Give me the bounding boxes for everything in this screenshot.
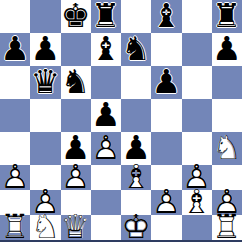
black-knight-icon[interactable]: ♞ [121, 32, 151, 65]
square-g6[interactable] [182, 66, 212, 99]
square-f6[interactable]: ♟ [151, 66, 181, 99]
square-g1[interactable] [182, 215, 212, 240]
black-pawn-icon[interactable]: ♟ [151, 65, 181, 98]
square-d4[interactable]: ♟♙ [91, 132, 121, 165]
square-f5[interactable] [151, 99, 181, 132]
white-pawn-icon[interactable]: ♟♙ [61, 165, 91, 190]
white-pawn-icon[interactable]: ♟♙ [151, 190, 181, 215]
square-h4[interactable]: ♞♘ [212, 132, 242, 165]
square-b4[interactable] [30, 132, 60, 165]
white-pawn-icon[interactable]: ♟♙ [0, 165, 30, 190]
piece-outline-layer: ♙ [61, 164, 91, 189]
square-b6[interactable]: ♛ [30, 66, 60, 99]
square-a7[interactable]: ♟ [0, 33, 30, 66]
square-d7[interactable]: ♝ [91, 33, 121, 66]
chess-board: ♚♜♝♜♟♟♝♞♟♛♞♟♟♟♟♙♟♞♘♟♙♟♙♝♗♟♙♟♙♟♙♝♗♟♙♜♖♞♘♛… [0, 0, 242, 242]
black-bishop-icon[interactable]: ♝ [91, 32, 121, 65]
square-b5[interactable] [30, 99, 60, 132]
square-h1[interactable]: ♜♖ [212, 215, 242, 240]
square-a6[interactable] [0, 66, 30, 99]
square-f2[interactable]: ♟♙ [151, 190, 181, 215]
square-f1[interactable] [151, 215, 181, 240]
piece-outline-layer: ♖ [212, 214, 242, 239]
square-e6[interactable] [121, 66, 151, 99]
square-g7[interactable] [182, 33, 212, 66]
square-f8[interactable]: ♝ [151, 0, 181, 33]
square-c1[interactable]: ♛♕ [61, 215, 91, 240]
black-rook-icon[interactable]: ♜ [212, 0, 242, 32]
black-pawn-icon[interactable]: ♟ [0, 32, 30, 65]
piece-outline-layer: ♔ [121, 214, 151, 239]
piece-outline-layer: ♙ [151, 189, 181, 214]
white-rook-icon[interactable]: ♜♖ [212, 215, 242, 240]
black-pawn-icon[interactable]: ♟ [212, 32, 242, 65]
piece-outline-layer: ♙ [91, 131, 121, 164]
square-h6[interactable] [212, 66, 242, 99]
square-f4[interactable] [151, 132, 181, 165]
square-b1[interactable]: ♞♘ [30, 215, 60, 240]
piece-outline-layer: ♙ [0, 164, 30, 189]
black-pawn-icon[interactable]: ♟ [30, 32, 60, 65]
white-knight-icon[interactable]: ♞♘ [212, 132, 242, 165]
square-g5[interactable] [182, 99, 212, 132]
square-a5[interactable] [0, 99, 30, 132]
square-d1[interactable] [91, 215, 121, 240]
square-g8[interactable] [182, 0, 212, 33]
piece-outline-layer: ♗ [121, 164, 151, 189]
piece-outline-layer: ♕ [61, 214, 91, 239]
square-a1[interactable]: ♜♖ [0, 215, 30, 240]
black-queen-icon[interactable]: ♛ [30, 65, 60, 98]
piece-outline-layer: ♖ [0, 214, 30, 239]
square-c8[interactable]: ♚ [61, 0, 91, 33]
square-c6[interactable]: ♞ [61, 66, 91, 99]
white-bishop-icon[interactable]: ♝♗ [182, 190, 212, 215]
square-e3[interactable]: ♝♗ [121, 165, 151, 190]
square-d3[interactable] [91, 165, 121, 190]
white-king-icon[interactable]: ♚♔ [121, 215, 151, 240]
black-pawn-icon[interactable]: ♟ [91, 98, 121, 131]
square-e1[interactable]: ♚♔ [121, 215, 151, 240]
white-rook-icon[interactable]: ♜♖ [0, 215, 30, 240]
piece-outline-layer: ♘ [212, 131, 242, 164]
square-h7[interactable]: ♟ [212, 33, 242, 66]
square-c3[interactable]: ♟♙ [61, 165, 91, 190]
black-knight-icon[interactable]: ♞ [61, 65, 91, 98]
white-queen-icon[interactable]: ♛♕ [61, 215, 91, 240]
white-pawn-icon[interactable]: ♟♙ [91, 132, 121, 165]
piece-outline-layer: ♗ [182, 189, 212, 214]
square-g2[interactable]: ♝♗ [182, 190, 212, 215]
black-bishop-icon[interactable]: ♝ [151, 0, 181, 32]
white-knight-icon[interactable]: ♞♘ [30, 215, 60, 240]
square-d2[interactable] [91, 190, 121, 215]
piece-outline-layer: ♘ [30, 214, 60, 239]
white-bishop-icon[interactable]: ♝♗ [121, 165, 151, 190]
black-rook-icon[interactable]: ♜ [91, 0, 121, 32]
square-a3[interactable]: ♟♙ [0, 165, 30, 190]
square-e7[interactable]: ♞ [121, 33, 151, 66]
black-king-icon[interactable]: ♚ [61, 0, 91, 32]
